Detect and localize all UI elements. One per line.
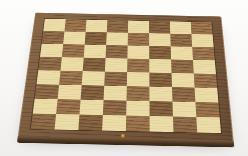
square-a4[interactable] (36, 70, 60, 84)
square-g7[interactable] (170, 34, 192, 47)
square-d8[interactable] (107, 20, 128, 33)
square-d1[interactable] (102, 115, 126, 131)
square-f2[interactable] (149, 101, 172, 116)
square-h1[interactable] (196, 117, 221, 133)
board-grid (30, 18, 222, 133)
square-d7[interactable] (106, 32, 128, 45)
square-h4[interactable] (194, 74, 217, 88)
square-h2[interactable] (195, 102, 219, 117)
square-f6[interactable] (149, 46, 171, 60)
square-b5[interactable] (60, 57, 83, 71)
square-c4[interactable] (82, 71, 105, 85)
square-h6[interactable] (192, 47, 215, 61)
square-c7[interactable] (85, 32, 107, 45)
square-b7[interactable] (63, 31, 85, 44)
photo-background (0, 0, 248, 156)
square-f1[interactable] (150, 116, 174, 132)
square-f3[interactable] (149, 87, 172, 102)
square-b3[interactable] (58, 85, 82, 100)
square-e4[interactable] (127, 72, 150, 86)
square-g3[interactable] (172, 87, 195, 102)
square-e3[interactable] (127, 86, 150, 101)
square-c3[interactable] (81, 85, 105, 100)
square-d5[interactable] (105, 58, 127, 72)
board-3d-wrapper (18, 0, 236, 139)
square-e8[interactable] (128, 20, 149, 33)
square-g5[interactable] (171, 59, 194, 73)
square-c8[interactable] (86, 20, 108, 33)
square-g8[interactable] (170, 21, 192, 34)
square-e7[interactable] (128, 33, 150, 46)
square-f8[interactable] (149, 21, 170, 34)
square-c2[interactable] (79, 100, 103, 115)
square-d2[interactable] (103, 100, 127, 115)
square-a8[interactable] (43, 19, 65, 32)
square-b6[interactable] (62, 44, 85, 58)
square-d4[interactable] (104, 72, 127, 86)
square-g2[interactable] (172, 102, 196, 117)
square-f4[interactable] (149, 73, 172, 87)
square-b1[interactable] (55, 114, 80, 130)
square-d3[interactable] (104, 86, 127, 101)
square-g6[interactable] (171, 46, 193, 60)
square-a7[interactable] (42, 31, 65, 44)
board-frame (18, 13, 234, 142)
square-e1[interactable] (126, 116, 150, 132)
square-h8[interactable] (191, 22, 213, 35)
square-f7[interactable] (149, 33, 171, 46)
square-b8[interactable] (64, 19, 86, 32)
square-f5[interactable] (149, 59, 171, 73)
square-e6[interactable] (127, 45, 149, 59)
square-a6[interactable] (40, 44, 63, 58)
square-c6[interactable] (84, 45, 106, 59)
square-d6[interactable] (106, 45, 128, 59)
square-c5[interactable] (83, 58, 106, 72)
brass-hinge-dot (121, 134, 125, 138)
square-e5[interactable] (127, 59, 149, 73)
square-a3[interactable] (35, 84, 59, 99)
square-g4[interactable] (172, 73, 195, 87)
square-e2[interactable] (126, 101, 149, 116)
square-a1[interactable] (31, 114, 56, 130)
square-b4[interactable] (59, 71, 83, 85)
square-b2[interactable] (56, 99, 80, 114)
square-a5[interactable] (38, 57, 62, 71)
square-g1[interactable] (173, 117, 197, 133)
square-h5[interactable] (193, 60, 216, 74)
square-c1[interactable] (78, 115, 103, 131)
square-h7[interactable] (191, 34, 213, 47)
square-a2[interactable] (33, 99, 58, 114)
square-h3[interactable] (195, 88, 219, 103)
